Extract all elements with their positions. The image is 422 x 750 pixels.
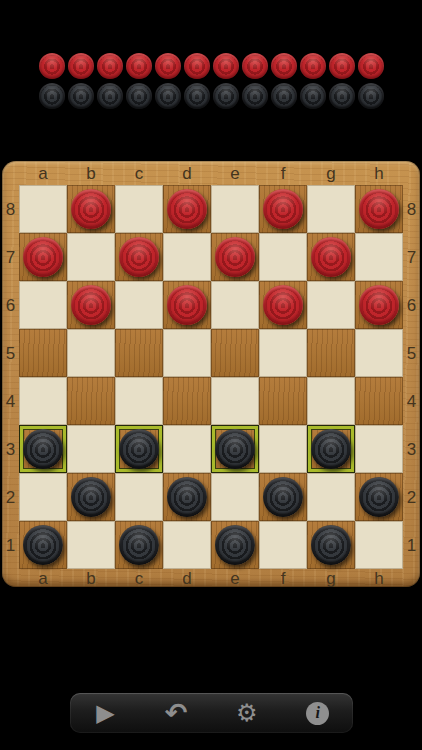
rank-labels-right: 87654321 (403, 185, 420, 569)
undo-button[interactable]: ↶ (148, 693, 204, 733)
tray-piece-red (155, 53, 181, 79)
piece-black[interactable] (23, 429, 63, 469)
coordinate-label: 4 (2, 377, 19, 425)
square-c3[interactable] (115, 425, 163, 473)
piece-red[interactable] (71, 189, 111, 229)
square-d3[interactable] (163, 425, 211, 473)
square-g1[interactable] (307, 521, 355, 569)
square-c5[interactable] (115, 329, 163, 377)
coordinate-label: 6 (2, 281, 19, 329)
tray-piece-black (155, 83, 181, 109)
tray-piece-black (242, 83, 268, 109)
coordinate-label: b (67, 165, 115, 182)
tray-piece-red (39, 53, 65, 79)
square-f3[interactable] (259, 425, 307, 473)
coordinate-label: g (307, 165, 355, 182)
coordinate-label: 5 (403, 329, 420, 377)
square-c6[interactable] (115, 281, 163, 329)
square-g4[interactable] (307, 377, 355, 425)
square-a2[interactable] (19, 473, 67, 521)
piece-red[interactable] (263, 189, 303, 229)
square-h6[interactable] (355, 281, 403, 329)
square-c2[interactable] (115, 473, 163, 521)
tray-piece-red (271, 53, 297, 79)
square-g3[interactable] (307, 425, 355, 473)
coordinate-label: f (259, 570, 307, 587)
square-d7[interactable] (163, 233, 211, 281)
play-button[interactable]: ▶ (77, 693, 133, 733)
square-c7[interactable] (115, 233, 163, 281)
coordinate-label: c (115, 570, 163, 587)
coordinate-label: b (67, 570, 115, 587)
file-labels-bottom: abcdefgh (19, 569, 403, 587)
square-f8[interactable] (259, 185, 307, 233)
square-h1[interactable] (355, 521, 403, 569)
square-a1[interactable] (19, 521, 67, 569)
square-b7[interactable] (67, 233, 115, 281)
square-f4[interactable] (259, 377, 307, 425)
tray-piece-red (300, 53, 326, 79)
piece-red[interactable] (167, 189, 207, 229)
coordinate-label: 3 (403, 425, 420, 473)
square-e8[interactable] (211, 185, 259, 233)
square-e3[interactable] (211, 425, 259, 473)
info-button[interactable]: i (290, 693, 346, 733)
square-d6[interactable] (163, 281, 211, 329)
square-h4[interactable] (355, 377, 403, 425)
coordinate-label: g (307, 570, 355, 587)
tray-piece-black (184, 83, 210, 109)
square-b6[interactable] (67, 281, 115, 329)
piece-red[interactable] (263, 285, 303, 325)
coordinate-label: h (355, 570, 403, 587)
coordinate-label: h (355, 165, 403, 182)
tray-piece-black (126, 83, 152, 109)
coordinate-label: d (163, 570, 211, 587)
coordinate-label: f (259, 165, 307, 182)
screen: { "game": "checkers", "app": { "backgrou… (0, 0, 422, 750)
square-g2[interactable] (307, 473, 355, 521)
coordinate-label: a (19, 165, 67, 182)
square-a5[interactable] (19, 329, 67, 377)
square-c8[interactable] (115, 185, 163, 233)
piece-red[interactable] (311, 237, 351, 277)
square-e7[interactable] (211, 233, 259, 281)
coordinate-label: 8 (2, 185, 19, 233)
coordinate-label: 2 (403, 473, 420, 521)
square-h3[interactable] (355, 425, 403, 473)
coordinate-label: e (211, 165, 259, 182)
square-g6[interactable] (307, 281, 355, 329)
square-a4[interactable] (19, 377, 67, 425)
tray-piece-red (329, 53, 355, 79)
square-f7[interactable] (259, 233, 307, 281)
piece-black[interactable] (359, 477, 399, 517)
square-b5[interactable] (67, 329, 115, 377)
tray-piece-black (97, 83, 123, 109)
coordinate-label: a (19, 570, 67, 587)
square-f1[interactable] (259, 521, 307, 569)
settings-button[interactable]: ⚙ (219, 693, 275, 733)
piece-red[interactable] (119, 237, 159, 277)
tray-piece-red (242, 53, 268, 79)
tray-piece-red (97, 53, 123, 79)
piece-tray (0, 53, 422, 109)
square-a3[interactable] (19, 425, 67, 473)
piece-black[interactable] (167, 477, 207, 517)
piece-red[interactable] (167, 285, 207, 325)
tray-piece-red (213, 53, 239, 79)
piece-black[interactable] (215, 429, 255, 469)
square-f5[interactable] (259, 329, 307, 377)
coordinate-label: 5 (2, 329, 19, 377)
square-h8[interactable] (355, 185, 403, 233)
piece-black[interactable] (119, 525, 159, 565)
square-a6[interactable] (19, 281, 67, 329)
square-g5[interactable] (307, 329, 355, 377)
tray-piece-black (213, 83, 239, 109)
square-b2[interactable] (67, 473, 115, 521)
square-g8[interactable] (307, 185, 355, 233)
square-e5[interactable] (211, 329, 259, 377)
square-a8[interactable] (19, 185, 67, 233)
tray-piece-black (358, 83, 384, 109)
square-e4[interactable] (211, 377, 259, 425)
rank-labels-left: 87654321 (2, 185, 19, 569)
tray-piece-black (39, 83, 65, 109)
coordinate-label: e (211, 570, 259, 587)
coordinate-label: 4 (403, 377, 420, 425)
coordinate-label: 6 (403, 281, 420, 329)
coordinate-label: 7 (2, 233, 19, 281)
square-e2[interactable] (211, 473, 259, 521)
square-d4[interactable] (163, 377, 211, 425)
toolbar: ▶↶⚙i (70, 693, 353, 733)
tray-red-row (0, 53, 422, 79)
coordinate-label: 1 (2, 521, 19, 569)
tray-black-row (0, 83, 422, 109)
square-e1[interactable] (211, 521, 259, 569)
coordinate-label: d (163, 165, 211, 182)
square-d5[interactable] (163, 329, 211, 377)
square-f2[interactable] (259, 473, 307, 521)
coordinate-label: 8 (403, 185, 420, 233)
tray-piece-red (126, 53, 152, 79)
piece-black[interactable] (263, 477, 303, 517)
square-g7[interactable] (307, 233, 355, 281)
undo-icon: ↶ (165, 699, 188, 726)
square-b1[interactable] (67, 521, 115, 569)
tray-piece-black (271, 83, 297, 109)
square-f6[interactable] (259, 281, 307, 329)
piece-red[interactable] (359, 285, 399, 325)
tray-piece-red (184, 53, 210, 79)
tray-piece-red (68, 53, 94, 79)
piece-black[interactable] (311, 429, 351, 469)
square-e6[interactable] (211, 281, 259, 329)
coordinate-label: 7 (403, 233, 420, 281)
square-d2[interactable] (163, 473, 211, 521)
square-b3[interactable] (67, 425, 115, 473)
square-b8[interactable] (67, 185, 115, 233)
settings-icon: ⚙ (236, 701, 258, 725)
square-d8[interactable] (163, 185, 211, 233)
tray-piece-red (358, 53, 384, 79)
piece-black[interactable] (23, 525, 63, 565)
coordinate-label: 1 (403, 521, 420, 569)
square-h5[interactable] (355, 329, 403, 377)
square-b4[interactable] (67, 377, 115, 425)
coordinate-label: c (115, 165, 163, 182)
square-h7[interactable] (355, 233, 403, 281)
piece-black[interactable] (71, 477, 111, 517)
piece-red[interactable] (359, 189, 399, 229)
piece-red[interactable] (71, 285, 111, 325)
info-icon: i (306, 702, 329, 725)
tray-piece-black (329, 83, 355, 109)
square-c1[interactable] (115, 521, 163, 569)
piece-red[interactable] (23, 237, 63, 277)
tray-piece-black (300, 83, 326, 109)
file-labels-top: abcdefgh (19, 161, 403, 185)
coordinate-label: 3 (2, 425, 19, 473)
square-c4[interactable] (115, 377, 163, 425)
tray-piece-black (68, 83, 94, 109)
play-icon: ▶ (96, 701, 114, 725)
piece-black[interactable] (311, 525, 351, 565)
piece-black[interactable] (119, 429, 159, 469)
board-grid (19, 185, 403, 569)
piece-black[interactable] (215, 525, 255, 565)
piece-red[interactable] (215, 237, 255, 277)
square-h2[interactable] (355, 473, 403, 521)
coordinate-label: 2 (2, 473, 19, 521)
square-a7[interactable] (19, 233, 67, 281)
board-frame: abcdefgh 87654321 87654321 abcdefgh (2, 161, 420, 587)
square-d1[interactable] (163, 521, 211, 569)
